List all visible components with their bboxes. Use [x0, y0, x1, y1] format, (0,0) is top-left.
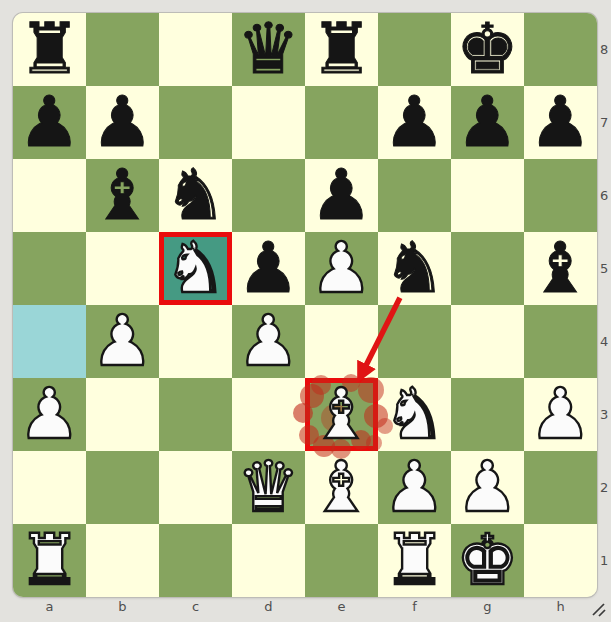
square-b6[interactable]: ♝	[86, 159, 159, 232]
piece-black-pawn[interactable]: ♟	[13, 86, 86, 159]
square-d6[interactable]	[232, 159, 305, 232]
square-h7[interactable]: ♟	[524, 86, 597, 159]
square-e6[interactable]: ♟	[305, 159, 378, 232]
square-c5[interactable]: ♞	[159, 232, 232, 305]
piece-black-queen[interactable]: ♛	[232, 13, 305, 86]
square-b5[interactable]	[86, 232, 159, 305]
square-h8[interactable]	[524, 13, 597, 86]
piece-black-pawn[interactable]: ♟	[524, 86, 597, 159]
square-e2[interactable]: ♝	[305, 451, 378, 524]
square-d4[interactable]: ♟	[232, 305, 305, 378]
rank-label-4: 4	[600, 305, 611, 378]
file-label-c: c	[159, 599, 232, 617]
piece-black-pawn[interactable]: ♟	[86, 86, 159, 159]
square-b8[interactable]	[86, 13, 159, 86]
square-f1[interactable]: ♜	[378, 524, 451, 597]
piece-white-pawn[interactable]: ♟	[378, 451, 451, 524]
piece-black-bishop[interactable]: ♝	[86, 159, 159, 232]
square-a1[interactable]: ♜	[13, 524, 86, 597]
square-e1[interactable]	[305, 524, 378, 597]
square-c8[interactable]	[159, 13, 232, 86]
piece-black-knight[interactable]: ♞	[378, 232, 451, 305]
file-label-d: d	[232, 599, 305, 617]
square-b4[interactable]: ♟	[86, 305, 159, 378]
piece-white-knight[interactable]: ♞	[159, 232, 232, 305]
square-b2[interactable]	[86, 451, 159, 524]
square-d2[interactable]: ♛	[232, 451, 305, 524]
square-d3[interactable]	[232, 378, 305, 451]
square-f2[interactable]: ♟	[378, 451, 451, 524]
rank-label-2: 2	[600, 451, 611, 524]
square-c7[interactable]	[159, 86, 232, 159]
square-f6[interactable]	[378, 159, 451, 232]
square-g1[interactable]: ♚	[451, 524, 524, 597]
square-h5[interactable]: ♝	[524, 232, 597, 305]
piece-white-pawn[interactable]: ♟	[13, 378, 86, 451]
square-b1[interactable]	[86, 524, 159, 597]
square-d1[interactable]	[232, 524, 305, 597]
piece-white-pawn[interactable]: ♟	[86, 305, 159, 378]
piece-black-king[interactable]: ♚	[451, 13, 524, 86]
square-f3[interactable]: ♞	[378, 378, 451, 451]
square-a5[interactable]	[13, 232, 86, 305]
piece-white-king[interactable]: ♚	[451, 524, 524, 597]
square-h3[interactable]: ♟	[524, 378, 597, 451]
piece-white-pawn[interactable]: ♟	[524, 378, 597, 451]
square-d8[interactable]: ♛	[232, 13, 305, 86]
piece-white-bishop[interactable]: ♝	[305, 451, 378, 524]
piece-white-pawn[interactable]: ♟	[305, 232, 378, 305]
piece-black-pawn[interactable]: ♟	[378, 86, 451, 159]
piece-white-knight[interactable]: ♞	[378, 378, 451, 451]
file-label-a: a	[13, 599, 86, 617]
square-g4[interactable]	[451, 305, 524, 378]
square-c3[interactable]	[159, 378, 232, 451]
piece-white-pawn[interactable]: ♟	[451, 451, 524, 524]
rank-label-3: 3	[600, 378, 611, 451]
file-label-g: g	[451, 599, 524, 617]
square-a2[interactable]	[13, 451, 86, 524]
piece-white-rook[interactable]: ♜	[13, 524, 86, 597]
square-b3[interactable]	[86, 378, 159, 451]
piece-black-rook[interactable]: ♜	[305, 13, 378, 86]
file-label-b: b	[86, 599, 159, 617]
rank-label-6: 6	[600, 159, 611, 232]
square-a8[interactable]: ♜	[13, 13, 86, 86]
square-a3[interactable]: ♟	[13, 378, 86, 451]
file-label-f: f	[378, 599, 451, 617]
file-labels: abcdefgh	[13, 599, 597, 617]
piece-black-rook[interactable]: ♜	[13, 13, 86, 86]
piece-white-bishop[interactable]: ♝	[305, 378, 378, 451]
piece-white-queen[interactable]: ♛	[232, 451, 305, 524]
square-c4[interactable]	[159, 305, 232, 378]
square-g5[interactable]	[451, 232, 524, 305]
file-label-h: h	[524, 599, 597, 617]
square-h2[interactable]	[524, 451, 597, 524]
square-g7[interactable]: ♟	[451, 86, 524, 159]
square-f7[interactable]: ♟	[378, 86, 451, 159]
square-d5[interactable]: ♟	[232, 232, 305, 305]
piece-black-knight[interactable]: ♞	[159, 159, 232, 232]
square-h1[interactable]	[524, 524, 597, 597]
piece-white-rook[interactable]: ♜	[378, 524, 451, 597]
board-resize-handle-icon[interactable]	[589, 600, 607, 618]
square-f8[interactable]	[378, 13, 451, 86]
square-a6[interactable]	[13, 159, 86, 232]
square-e5[interactable]: ♟	[305, 232, 378, 305]
square-f4[interactable]	[378, 305, 451, 378]
square-g3[interactable]	[451, 378, 524, 451]
square-e3[interactable]: ♝	[305, 378, 378, 451]
piece-black-pawn[interactable]: ♟	[451, 86, 524, 159]
square-e8[interactable]: ♜	[305, 13, 378, 86]
square-b7[interactable]: ♟	[86, 86, 159, 159]
chess-board[interactable]: ♜♛♜♚♟♟♟♟♟♝♞♟♞♟♟♞♝♟♟♟♝♞♟♛♝♟♟♜♜♚	[13, 13, 597, 597]
rank-labels: 87654321	[600, 13, 611, 597]
square-e4[interactable]	[305, 305, 378, 378]
square-a7[interactable]: ♟	[13, 86, 86, 159]
square-e7[interactable]	[305, 86, 378, 159]
file-label-e: e	[305, 599, 378, 617]
piece-black-bishop[interactable]: ♝	[524, 232, 597, 305]
piece-black-pawn[interactable]: ♟	[232, 232, 305, 305]
square-f5[interactable]: ♞	[378, 232, 451, 305]
square-c6[interactable]: ♞	[159, 159, 232, 232]
square-d7[interactable]	[232, 86, 305, 159]
square-h4[interactable]	[524, 305, 597, 378]
square-g8[interactable]: ♚	[451, 13, 524, 86]
piece-black-pawn[interactable]: ♟	[305, 159, 378, 232]
rank-label-1: 1	[600, 524, 611, 597]
piece-white-pawn[interactable]: ♟	[232, 305, 305, 378]
square-g2[interactable]: ♟	[451, 451, 524, 524]
rank-label-8: 8	[600, 13, 611, 86]
rank-label-5: 5	[600, 232, 611, 305]
square-h6[interactable]	[524, 159, 597, 232]
square-c2[interactable]	[159, 451, 232, 524]
square-c1[interactable]	[159, 524, 232, 597]
square-g6[interactable]	[451, 159, 524, 232]
rank-label-7: 7	[600, 86, 611, 159]
square-a4[interactable]	[13, 305, 86, 378]
